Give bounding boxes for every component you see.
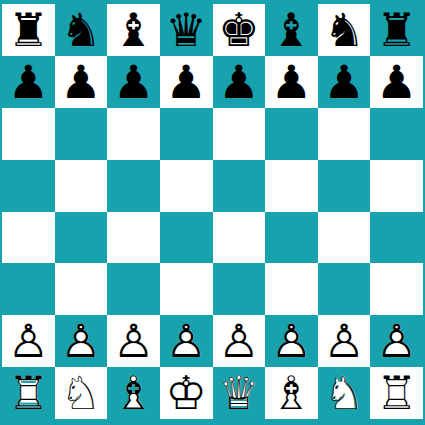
board-frame: ♜♞♝♛♚♝♞♜♟♟♟♟♟♟♟♟♟♙♟♙♟♙♟♙♟♙♟♙♟♙♟♙♜♖♞♘♝♗♚♔…	[0, 0, 425, 425]
piece-white-pawn: ♙	[55, 315, 108, 367]
square-d1[interactable]: ♚♔	[160, 367, 213, 419]
piece-white-rook: ♖	[370, 367, 423, 419]
square-f4[interactable]	[265, 212, 318, 264]
square-g7[interactable]: ♟	[318, 56, 371, 108]
piece-white-king: ♔	[160, 367, 213, 419]
square-g1[interactable]: ♞♘	[318, 367, 371, 419]
square-f8[interactable]: ♝	[265, 4, 318, 56]
piece-black-pawn: ♟	[370, 56, 423, 108]
piece-black-pawn: ♟	[265, 56, 318, 108]
square-a3[interactable]	[2, 263, 55, 315]
square-c1[interactable]: ♝♗	[107, 367, 160, 419]
square-h6[interactable]	[370, 108, 423, 160]
square-a2[interactable]: ♟♙	[2, 315, 55, 367]
piece-white-bishop: ♗	[107, 367, 160, 419]
square-b2[interactable]: ♟♙	[55, 315, 108, 367]
piece-white-pawn: ♙	[265, 315, 318, 367]
square-f5[interactable]	[265, 160, 318, 212]
square-e7[interactable]: ♟	[213, 56, 266, 108]
square-d4[interactable]	[160, 212, 213, 264]
piece-white-rook: ♖	[2, 367, 55, 419]
square-g3[interactable]	[318, 263, 371, 315]
square-a5[interactable]	[2, 160, 55, 212]
piece-white-knight: ♘	[55, 367, 108, 419]
piece-white-pawn: ♙	[370, 315, 423, 367]
piece-white-queen-fill: ♛	[213, 367, 266, 419]
square-e1[interactable]: ♛♕	[213, 367, 266, 419]
square-f7[interactable]: ♟	[265, 56, 318, 108]
square-d5[interactable]	[160, 160, 213, 212]
piece-black-bishop: ♝	[265, 4, 318, 56]
piece-white-pawn-fill: ♟	[160, 315, 213, 367]
piece-white-pawn-fill: ♟	[55, 315, 108, 367]
square-a1[interactable]: ♜♖	[2, 367, 55, 419]
square-h1[interactable]: ♜♖	[370, 367, 423, 419]
square-c8[interactable]: ♝	[107, 4, 160, 56]
piece-white-knight-fill: ♞	[55, 367, 108, 419]
square-e6[interactable]	[213, 108, 266, 160]
square-e2[interactable]: ♟♙	[213, 315, 266, 367]
piece-black-pawn: ♟	[160, 56, 213, 108]
square-d6[interactable]	[160, 108, 213, 160]
piece-white-bishop-fill: ♝	[265, 367, 318, 419]
piece-black-rook: ♜	[370, 4, 423, 56]
piece-black-pawn: ♟	[318, 56, 371, 108]
square-c6[interactable]	[107, 108, 160, 160]
piece-black-rook: ♜	[2, 4, 55, 56]
square-e3[interactable]	[213, 263, 266, 315]
square-g8[interactable]: ♞	[318, 4, 371, 56]
square-h8[interactable]: ♜	[370, 4, 423, 56]
square-b8[interactable]: ♞	[55, 4, 108, 56]
square-h3[interactable]	[370, 263, 423, 315]
square-d7[interactable]: ♟	[160, 56, 213, 108]
piece-black-knight: ♞	[55, 4, 108, 56]
square-d3[interactable]	[160, 263, 213, 315]
square-e5[interactable]	[213, 160, 266, 212]
square-a7[interactable]: ♟	[2, 56, 55, 108]
piece-white-pawn: ♙	[160, 315, 213, 367]
piece-white-pawn: ♙	[2, 315, 55, 367]
square-b3[interactable]	[55, 263, 108, 315]
piece-black-pawn: ♟	[55, 56, 108, 108]
square-e4[interactable]	[213, 212, 266, 264]
piece-white-king-fill: ♚	[160, 367, 213, 419]
square-b1[interactable]: ♞♘	[55, 367, 108, 419]
square-c3[interactable]	[107, 263, 160, 315]
chess-board: ♜♞♝♛♚♝♞♜♟♟♟♟♟♟♟♟♟♙♟♙♟♙♟♙♟♙♟♙♟♙♟♙♜♖♞♘♝♗♚♔…	[2, 4, 423, 419]
piece-white-pawn-fill: ♟	[318, 315, 371, 367]
piece-black-pawn: ♟	[213, 56, 266, 108]
square-a8[interactable]: ♜	[2, 4, 55, 56]
piece-black-queen: ♛	[160, 4, 213, 56]
piece-white-pawn-fill: ♟	[2, 315, 55, 367]
square-b7[interactable]: ♟	[55, 56, 108, 108]
square-c4[interactable]	[107, 212, 160, 264]
square-b5[interactable]	[55, 160, 108, 212]
square-f3[interactable]	[265, 263, 318, 315]
piece-white-bishop: ♗	[265, 367, 318, 419]
square-g5[interactable]	[318, 160, 371, 212]
square-c7[interactable]: ♟	[107, 56, 160, 108]
piece-white-rook-fill: ♜	[2, 367, 55, 419]
square-d8[interactable]: ♛	[160, 4, 213, 56]
piece-black-pawn: ♟	[2, 56, 55, 108]
square-a4[interactable]	[2, 212, 55, 264]
square-e8[interactable]: ♚	[213, 4, 266, 56]
piece-white-knight: ♘	[318, 367, 371, 419]
square-a6[interactable]	[2, 108, 55, 160]
square-c5[interactable]	[107, 160, 160, 212]
piece-white-pawn-fill: ♟	[265, 315, 318, 367]
piece-black-king: ♚	[213, 4, 266, 56]
piece-white-rook-fill: ♜	[370, 367, 423, 419]
piece-black-knight: ♞	[318, 4, 371, 56]
square-h5[interactable]	[370, 160, 423, 212]
square-b6[interactable]	[55, 108, 108, 160]
square-d2[interactable]: ♟♙	[160, 315, 213, 367]
square-c2[interactable]: ♟♙	[107, 315, 160, 367]
square-f1[interactable]: ♝♗	[265, 367, 318, 419]
square-f6[interactable]	[265, 108, 318, 160]
piece-white-pawn-fill: ♟	[370, 315, 423, 367]
square-f2[interactable]: ♟♙	[265, 315, 318, 367]
piece-white-pawn: ♙	[318, 315, 371, 367]
square-b4[interactable]	[55, 212, 108, 264]
piece-white-knight-fill: ♞	[318, 367, 371, 419]
piece-white-pawn: ♙	[213, 315, 266, 367]
piece-black-bishop: ♝	[107, 4, 160, 56]
square-g4[interactable]	[318, 212, 371, 264]
piece-white-pawn: ♙	[107, 315, 160, 367]
piece-white-bishop-fill: ♝	[107, 367, 160, 419]
piece-white-pawn-fill: ♟	[107, 315, 160, 367]
piece-black-pawn: ♟	[107, 56, 160, 108]
square-h7[interactable]: ♟	[370, 56, 423, 108]
piece-white-queen: ♕	[213, 367, 266, 419]
square-h4[interactable]	[370, 212, 423, 264]
square-h2[interactable]: ♟♙	[370, 315, 423, 367]
square-g6[interactable]	[318, 108, 371, 160]
square-g2[interactable]: ♟♙	[318, 315, 371, 367]
piece-white-pawn-fill: ♟	[213, 315, 266, 367]
